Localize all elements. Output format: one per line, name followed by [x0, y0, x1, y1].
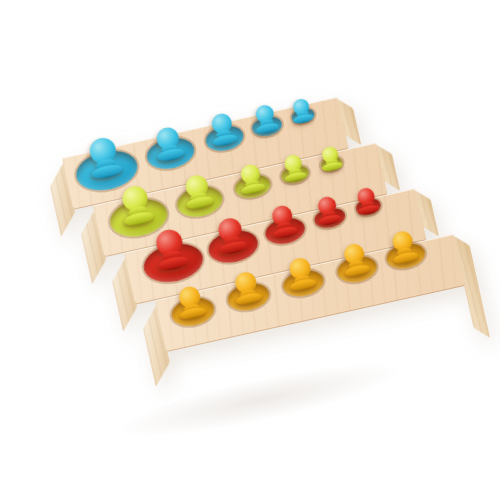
knobbed-cylinder-chartreuse — [319, 155, 344, 173]
knob-base-ring — [321, 161, 343, 173]
cylinder-knob — [174, 284, 206, 321]
cylinder-knob — [236, 162, 266, 196]
knobbed-cylinder-red — [312, 205, 346, 230]
knobbed-cylinder-golden — [335, 252, 379, 285]
knobbed-cylinder-blue — [203, 123, 245, 155]
knobbed-cylinder-blue — [290, 107, 315, 126]
cylinder-knob — [181, 173, 215, 211]
knobbed-cylinder-golden — [280, 266, 325, 299]
knobbed-cylinder-chartreuse — [174, 182, 225, 220]
knobbed-cylinder-chartreuse — [279, 163, 310, 186]
knobbed-cylinder-golden — [225, 280, 272, 314]
knobbed-cylinder-red — [354, 196, 382, 217]
knobbed-cylinder-blue — [250, 113, 283, 138]
cylinder-knob — [289, 97, 315, 125]
knobbed-cylinder-chartreuse — [233, 172, 273, 201]
knobbed-cylinder-blue — [144, 134, 197, 174]
cylinder-knob — [251, 103, 280, 135]
knob-base-ring — [292, 113, 314, 125]
knobbed-cylinder-golden — [168, 294, 216, 330]
knobbed-cylinder-red — [263, 214, 307, 247]
knobbed-cylinder-golden — [384, 240, 427, 272]
cylinder-knob — [152, 125, 186, 163]
product-photo — [0, 0, 500, 500]
